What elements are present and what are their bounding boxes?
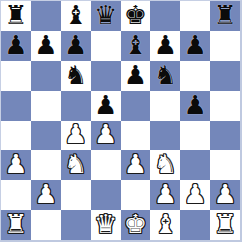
square-b2[interactable]: ♟ [31, 180, 61, 210]
square-b1[interactable] [31, 210, 61, 240]
square-a6[interactable] [1, 61, 31, 91]
square-e4[interactable] [121, 121, 151, 151]
square-h6[interactable] [210, 61, 240, 91]
square-c2[interactable] [61, 180, 91, 210]
square-f5[interactable] [150, 91, 180, 121]
piece-white-rook[interactable]: ♜ [213, 211, 236, 237]
piece-black-pawn[interactable]: ♟ [124, 62, 147, 88]
piece-black-pawn[interactable]: ♟ [184, 92, 207, 118]
square-e1[interactable]: ♚ [121, 210, 151, 240]
square-f2[interactable]: ♟ [150, 180, 180, 210]
piece-white-pawn[interactable]: ♟ [64, 121, 87, 147]
square-e6[interactable]: ♟ [121, 61, 151, 91]
piece-white-pawn[interactable]: ♟ [213, 181, 236, 207]
square-c4[interactable]: ♟ [61, 121, 91, 151]
square-a1[interactable]: ♜ [1, 210, 31, 240]
square-f1[interactable]: ♝ [150, 210, 180, 240]
square-e5[interactable] [121, 91, 151, 121]
piece-white-queen[interactable]: ♛ [94, 211, 117, 237]
square-g5[interactable]: ♟ [180, 91, 210, 121]
square-c7[interactable]: ♟ [61, 31, 91, 61]
square-d8[interactable]: ♛ [91, 1, 121, 31]
square-a2[interactable] [1, 180, 31, 210]
piece-black-queen[interactable]: ♛ [94, 2, 117, 28]
square-h4[interactable] [210, 121, 240, 151]
square-g6[interactable] [180, 61, 210, 91]
piece-white-rook[interactable]: ♜ [4, 211, 27, 237]
square-e7[interactable]: ♝ [121, 31, 151, 61]
piece-white-pawn[interactable]: ♟ [34, 181, 57, 207]
square-f8[interactable] [150, 1, 180, 31]
piece-white-knight[interactable]: ♞ [154, 151, 177, 177]
square-g8[interactable] [180, 1, 210, 31]
square-h2[interactable]: ♟ [210, 180, 240, 210]
square-a4[interactable] [1, 121, 31, 151]
square-g4[interactable] [180, 121, 210, 151]
piece-black-pawn[interactable]: ♟ [64, 32, 87, 58]
square-d7[interactable] [91, 31, 121, 61]
square-a7[interactable]: ♟ [1, 31, 31, 61]
square-a8[interactable]: ♜ [1, 1, 31, 31]
square-e8[interactable]: ♚ [121, 1, 151, 31]
piece-black-pawn[interactable]: ♟ [154, 32, 177, 58]
square-d1[interactable]: ♛ [91, 210, 121, 240]
square-d5[interactable]: ♟ [91, 91, 121, 121]
square-h7[interactable] [210, 31, 240, 61]
square-h3[interactable] [210, 150, 240, 180]
square-g3[interactable] [180, 150, 210, 180]
piece-black-king[interactable]: ♚ [124, 2, 147, 28]
piece-white-king[interactable]: ♚ [124, 211, 147, 237]
square-a3[interactable]: ♟ [1, 150, 31, 180]
piece-black-pawn[interactable]: ♟ [94, 92, 117, 118]
square-h8[interactable]: ♜ [210, 1, 240, 31]
piece-white-pawn[interactable]: ♟ [4, 151, 27, 177]
square-g2[interactable]: ♟ [180, 180, 210, 210]
square-f6[interactable]: ♞ [150, 61, 180, 91]
piece-black-knight[interactable]: ♞ [154, 62, 177, 88]
square-d2[interactable] [91, 180, 121, 210]
square-g1[interactable] [180, 210, 210, 240]
piece-black-knight[interactable]: ♞ [64, 62, 87, 88]
square-b6[interactable] [31, 61, 61, 91]
square-b8[interactable] [31, 1, 61, 31]
square-f4[interactable] [150, 121, 180, 151]
square-d3[interactable] [91, 150, 121, 180]
piece-black-rook[interactable]: ♜ [4, 2, 27, 28]
square-f3[interactable]: ♞ [150, 150, 180, 180]
square-c3[interactable]: ♞ [61, 150, 91, 180]
square-c6[interactable]: ♞ [61, 61, 91, 91]
square-h1[interactable]: ♜ [210, 210, 240, 240]
piece-black-pawn[interactable]: ♟ [34, 32, 57, 58]
square-b7[interactable]: ♟ [31, 31, 61, 61]
piece-black-pawn[interactable]: ♟ [184, 32, 207, 58]
piece-black-bishop[interactable]: ♝ [124, 32, 147, 58]
piece-black-bishop[interactable]: ♝ [64, 2, 87, 28]
square-b4[interactable] [31, 121, 61, 151]
piece-black-pawn[interactable]: ♟ [4, 32, 27, 58]
piece-white-knight[interactable]: ♞ [64, 151, 87, 177]
square-d4[interactable]: ♟ [91, 121, 121, 151]
square-d6[interactable] [91, 61, 121, 91]
square-h5[interactable] [210, 91, 240, 121]
square-c5[interactable] [61, 91, 91, 121]
square-e3[interactable]: ♟ [121, 150, 151, 180]
square-e2[interactable] [121, 180, 151, 210]
piece-white-pawn[interactable]: ♟ [184, 181, 207, 207]
piece-black-rook[interactable]: ♜ [213, 2, 236, 28]
square-b5[interactable] [31, 91, 61, 121]
piece-white-bishop[interactable]: ♝ [154, 211, 177, 237]
piece-white-pawn[interactable]: ♟ [154, 181, 177, 207]
square-g7[interactable]: ♟ [180, 31, 210, 61]
piece-white-pawn[interactable]: ♟ [124, 151, 147, 177]
square-b3[interactable] [31, 150, 61, 180]
square-a5[interactable] [1, 91, 31, 121]
piece-white-pawn[interactable]: ♟ [94, 121, 117, 147]
square-c8[interactable]: ♝ [61, 1, 91, 31]
square-c1[interactable] [61, 210, 91, 240]
chess-board: ♜♝♛♚♜♟♟♟♝♟♟♞♟♞♟♟♟♟♟♞♟♞♟♟♟♟♜♛♚♝♜ [0, 0, 242, 242]
square-f7[interactable]: ♟ [150, 31, 180, 61]
